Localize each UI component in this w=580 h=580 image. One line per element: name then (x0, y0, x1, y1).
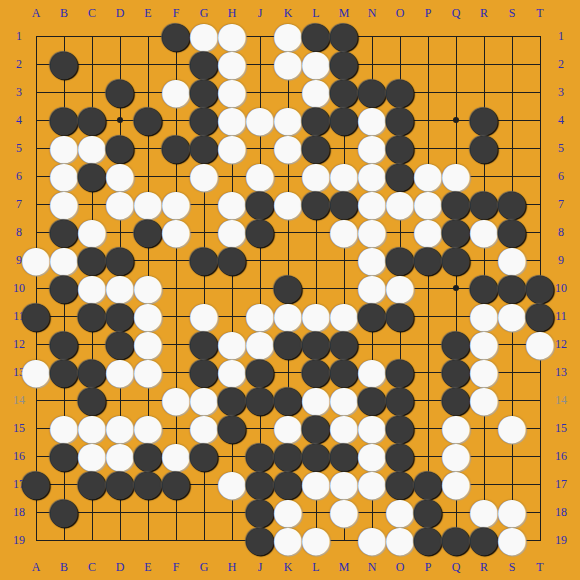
row-label-right-10: 10 (555, 282, 567, 294)
black-stone-B13: ● (48, 357, 79, 385)
white-stone-R8: ● (468, 217, 499, 245)
intersection-F14[interactable]: ● (162, 386, 190, 414)
intersection-P11[interactable] (414, 302, 442, 330)
intersection-F11[interactable] (162, 302, 190, 330)
white-stone-H17: ● (216, 469, 247, 497)
intersection-T2[interactable] (526, 50, 554, 78)
column-label-bottom-B: B (60, 561, 68, 573)
intersection-T15[interactable] (526, 414, 554, 442)
black-stone-E4: ● (132, 105, 163, 133)
intersection-L8[interactable] (302, 218, 330, 246)
white-stone-L19: ● (300, 525, 331, 553)
intersection-T16[interactable] (526, 442, 554, 470)
white-stone-O7: ● (384, 189, 415, 217)
intersection-E4[interactable]: ● (134, 106, 162, 134)
intersection-C1[interactable] (78, 22, 106, 50)
black-stone-L7: ● (300, 189, 331, 217)
white-stone-D7: ● (104, 189, 135, 217)
black-stone-B10: ● (48, 273, 79, 301)
column-label-bottom-M: M (339, 561, 350, 573)
column-label-top-A: A (32, 7, 41, 19)
intersection-R14[interactable]: ● (470, 386, 498, 414)
intersection-P14[interactable] (414, 386, 442, 414)
intersection-C2[interactable] (78, 50, 106, 78)
white-stone-M18: ● (328, 497, 359, 525)
intersection-T6[interactable] (526, 162, 554, 190)
black-stone-J19: ● (244, 525, 275, 553)
intersection-F19[interactable] (162, 526, 190, 554)
black-stone-C17: ● (76, 469, 107, 497)
intersection-T13[interactable] (526, 358, 554, 386)
black-stone-E8: ● (132, 217, 163, 245)
intersection-H19[interactable] (218, 526, 246, 554)
black-stone-J8: ● (244, 217, 275, 245)
intersection-M19[interactable] (330, 526, 358, 554)
intersection-T5[interactable] (526, 134, 554, 162)
white-stone-K2: ● (272, 49, 303, 77)
intersection-A5[interactable] (22, 134, 50, 162)
intersection-H10[interactable] (218, 274, 246, 302)
intersection-J2[interactable] (246, 50, 274, 78)
black-stone-O11: ● (384, 301, 415, 329)
white-stone-H5: ● (216, 133, 247, 161)
intersection-E1[interactable] (134, 22, 162, 50)
white-stone-A13: ● (20, 357, 51, 385)
column-label-bottom-O: O (396, 561, 405, 573)
column-label-top-Q: Q (452, 7, 461, 19)
black-stone-P9: ● (412, 245, 443, 273)
intersection-A4[interactable] (22, 106, 50, 134)
row-label-right-5: 5 (558, 142, 564, 154)
intersection-E19[interactable] (134, 526, 162, 554)
intersection-R19[interactable]: ● (470, 526, 498, 554)
intersection-A13[interactable]: ● (22, 358, 50, 386)
intersection-E18[interactable] (134, 498, 162, 526)
white-stone-N19: ● (356, 525, 387, 553)
column-label-bottom-L: L (312, 561, 319, 573)
column-label-top-O: O (396, 7, 405, 19)
column-label-bottom-K: K (284, 561, 293, 573)
intersection-Q1[interactable] (442, 22, 470, 50)
intersection-T3[interactable] (526, 78, 554, 106)
white-stone-K19: ● (272, 525, 303, 553)
intersection-B18[interactable]: ● (50, 498, 78, 526)
column-label-bottom-T: T (536, 561, 543, 573)
intersection-F5[interactable]: ● (162, 134, 190, 162)
black-stone-B18: ● (48, 497, 79, 525)
intersection-E13[interactable]: ● (134, 358, 162, 386)
intersection-G7[interactable] (190, 190, 218, 218)
black-stone-K12: ● (272, 329, 303, 357)
intersection-S4[interactable] (498, 106, 526, 134)
white-stone-S11: ● (496, 301, 527, 329)
intersection-H17[interactable]: ● (218, 470, 246, 498)
intersection-B10[interactable]: ● (50, 274, 78, 302)
column-label-bottom-S: S (509, 561, 516, 573)
intersection-S3[interactable] (498, 78, 526, 106)
intersection-F18[interactable] (162, 498, 190, 526)
column-label-top-T: T (536, 7, 543, 19)
intersection-M9[interactable] (330, 246, 358, 274)
column-label-top-N: N (368, 7, 377, 19)
intersection-M18[interactable]: ● (330, 498, 358, 526)
intersection-T12[interactable]: ● (526, 330, 554, 358)
intersection-J4[interactable]: ● (246, 106, 274, 134)
column-label-bottom-N: N (368, 561, 377, 573)
intersection-G19[interactable] (190, 526, 218, 554)
intersection-K8[interactable] (274, 218, 302, 246)
row-label-right-11: 11 (555, 310, 567, 322)
intersection-F10[interactable] (162, 274, 190, 302)
intersection-A6[interactable] (22, 162, 50, 190)
black-stone-H15: ● (216, 413, 247, 441)
white-stone-S15: ● (496, 413, 527, 441)
intersection-A3[interactable] (22, 78, 50, 106)
column-label-bottom-G: G (200, 561, 209, 573)
intersection-E2[interactable] (134, 50, 162, 78)
black-stone-B2: ● (48, 49, 79, 77)
go-board: ABCDEFGHJKLMNOPQRST ABCDEFGHJKLMNOPQRST … (0, 0, 580, 580)
intersection-K7[interactable]: ● (274, 190, 302, 218)
intersection-P10[interactable] (414, 274, 442, 302)
intersection-Q17[interactable]: ● (442, 470, 470, 498)
intersection-A7[interactable] (22, 190, 50, 218)
white-stone-G6: ● (188, 161, 219, 189)
white-stone-F14: ● (160, 385, 191, 413)
intersection-L17[interactable]: ● (302, 470, 330, 498)
intersection-P13[interactable] (414, 358, 442, 386)
black-stone-G9: ● (188, 245, 219, 273)
intersection-Q2[interactable] (442, 50, 470, 78)
black-stone-F5: ● (160, 133, 191, 161)
intersection-C6[interactable]: ● (78, 162, 106, 190)
white-stone-F8: ● (160, 217, 191, 245)
intersection-D1[interactable] (106, 22, 134, 50)
row-label-right-9: 9 (558, 254, 564, 266)
intersection-T8[interactable] (526, 218, 554, 246)
intersection-T18[interactable] (526, 498, 554, 526)
black-stone-Q9: ● (440, 245, 471, 273)
black-stone-A11: ● (20, 301, 51, 329)
intersection-B16[interactable]: ● (50, 442, 78, 470)
intersection-G17[interactable] (190, 470, 218, 498)
column-label-bottom-D: D (116, 561, 125, 573)
black-stone-R5: ● (468, 133, 499, 161)
intersection-S1[interactable] (498, 22, 526, 50)
black-stone-F1: ● (160, 21, 191, 49)
intersection-R1[interactable] (470, 22, 498, 50)
intersection-C19[interactable] (78, 526, 106, 554)
black-stone-F17: ● (160, 469, 191, 497)
intersection-N17[interactable]: ● (358, 470, 386, 498)
intersection-A17[interactable]: ● (22, 470, 50, 498)
intersection-J14[interactable]: ● (246, 386, 274, 414)
intersection-F17[interactable]: ● (162, 470, 190, 498)
intersection-Q4[interactable] (442, 106, 470, 134)
black-stone-R19: ● (468, 525, 499, 553)
white-stone-F3: ● (160, 77, 191, 105)
intersection-R16[interactable] (470, 442, 498, 470)
white-stone-J4: ● (244, 105, 275, 133)
intersection-T4[interactable] (526, 106, 554, 134)
intersection-P2[interactable] (414, 50, 442, 78)
intersection-K2[interactable]: ● (274, 50, 302, 78)
white-stone-M8: ● (328, 217, 359, 245)
white-stone-O19: ● (384, 525, 415, 553)
intersection-R2[interactable] (470, 50, 498, 78)
row-label-right-8: 8 (558, 226, 564, 238)
intersection-E8[interactable]: ● (134, 218, 162, 246)
intersection-R5[interactable]: ● (470, 134, 498, 162)
white-stone-K5: ● (272, 133, 303, 161)
row-label-right-13: 13 (555, 366, 567, 378)
white-stone-D13: ● (104, 357, 135, 385)
intersection-H5[interactable]: ● (218, 134, 246, 162)
intersection-K12[interactable]: ● (274, 330, 302, 358)
black-stone-P19: ● (412, 525, 443, 553)
row-label-right-16: 16 (555, 450, 567, 462)
intersection-G6[interactable]: ● (190, 162, 218, 190)
column-label-bottom-R: R (480, 561, 488, 573)
intersection-Q3[interactable] (442, 78, 470, 106)
intersection-F3[interactable]: ● (162, 78, 190, 106)
intersection-L19[interactable]: ● (302, 526, 330, 554)
row-label-right-19: 19 (555, 534, 567, 546)
intersection-M4[interactable]: ● (330, 106, 358, 134)
row-label-right-12: 12 (555, 338, 567, 350)
intersection-N19[interactable]: ● (358, 526, 386, 554)
intersection-F12[interactable] (162, 330, 190, 358)
column-label-bottom-Q: Q (452, 561, 461, 573)
black-stone-A17: ● (20, 469, 51, 497)
intersection-Q19[interactable]: ● (442, 526, 470, 554)
intersection-C17[interactable]: ● (78, 470, 106, 498)
white-stone-A9: ● (20, 245, 51, 273)
intersection-G18[interactable] (190, 498, 218, 526)
column-label-bottom-A: A (32, 561, 41, 573)
row-label-right-6: 6 (558, 170, 564, 182)
white-stone-S19: ● (496, 525, 527, 553)
column-label-top-R: R (480, 7, 488, 19)
row-label-right-3: 3 (558, 86, 564, 98)
intersection-C11[interactable]: ● (78, 302, 106, 330)
intersection-S11[interactable]: ● (498, 302, 526, 330)
column-label-top-E: E (144, 7, 151, 19)
column-label-top-C: C (88, 7, 96, 19)
black-stone-C11: ● (76, 301, 107, 329)
intersection-D3[interactable]: ● (106, 78, 134, 106)
intersection-B13[interactable]: ● (50, 358, 78, 386)
intersection-Q9[interactable]: ● (442, 246, 470, 274)
column-label-bottom-F: F (173, 561, 180, 573)
intersection-F1[interactable]: ● (162, 22, 190, 50)
intersection-G9[interactable]: ● (190, 246, 218, 274)
intersection-D19[interactable] (106, 526, 134, 554)
intersection-A18[interactable] (22, 498, 50, 526)
intersection-O1[interactable] (386, 22, 414, 50)
intersection-D7[interactable]: ● (106, 190, 134, 218)
intersection-S15[interactable]: ● (498, 414, 526, 442)
intersection-J8[interactable]: ● (246, 218, 274, 246)
black-stone-D17: ● (104, 469, 135, 497)
intersection-F9[interactable] (162, 246, 190, 274)
intersection-O19[interactable]: ● (386, 526, 414, 554)
intersection-P12[interactable] (414, 330, 442, 358)
intersections-grid: ●●●●●●●●●●●●●●●●●●●●●●●●●●●●●●●●●●●●●●●●… (22, 22, 554, 554)
intersection-N1[interactable] (358, 22, 386, 50)
column-label-top-D: D (116, 7, 125, 19)
intersection-P9[interactable]: ● (414, 246, 442, 274)
black-stone-G16: ● (188, 441, 219, 469)
column-label-bottom-E: E (144, 561, 151, 573)
black-stone-N11: ● (356, 301, 387, 329)
column-label-bottom-H: H (228, 561, 237, 573)
intersection-T17[interactable] (526, 470, 554, 498)
intersection-A19[interactable] (22, 526, 50, 554)
intersection-J1[interactable] (246, 22, 274, 50)
white-stone-K7: ● (272, 189, 303, 217)
intersection-S2[interactable] (498, 50, 526, 78)
intersection-S13[interactable] (498, 358, 526, 386)
row-label-right-7: 7 (558, 198, 564, 210)
intersection-A11[interactable]: ● (22, 302, 50, 330)
intersection-E5[interactable] (134, 134, 162, 162)
intersection-P19[interactable]: ● (414, 526, 442, 554)
intersection-R15[interactable] (470, 414, 498, 442)
intersection-E17[interactable]: ● (134, 470, 162, 498)
column-label-top-P: P (425, 7, 432, 19)
column-label-top-J: J (258, 7, 263, 19)
white-stone-T12: ● (524, 329, 555, 357)
black-stone-M4: ● (328, 105, 359, 133)
intersection-H15[interactable]: ● (218, 414, 246, 442)
white-stone-N17: ● (356, 469, 387, 497)
white-stone-E13: ● (132, 357, 163, 385)
intersection-K5[interactable]: ● (274, 134, 302, 162)
intersection-A9[interactable]: ● (22, 246, 50, 274)
intersection-K19[interactable]: ● (274, 526, 302, 554)
row-label-right-2: 2 (558, 58, 564, 70)
intersection-S5[interactable] (498, 134, 526, 162)
intersection-A2[interactable] (22, 50, 50, 78)
column-label-bottom-C: C (88, 561, 96, 573)
column-label-bottom-J: J (258, 561, 263, 573)
white-stone-L17: ● (300, 469, 331, 497)
white-stone-R14: ● (468, 385, 499, 413)
intersection-P1[interactable] (414, 22, 442, 50)
intersection-O11[interactable]: ● (386, 302, 414, 330)
intersection-D13[interactable]: ● (106, 358, 134, 386)
black-stone-Q19: ● (440, 525, 471, 553)
intersection-H9[interactable]: ● (218, 246, 246, 274)
black-stone-H9: ● (216, 245, 247, 273)
intersection-S12[interactable] (498, 330, 526, 358)
intersection-H18[interactable] (218, 498, 246, 526)
intersection-N11[interactable]: ● (358, 302, 386, 330)
intersection-J19[interactable]: ● (246, 526, 274, 554)
intersection-P4[interactable] (414, 106, 442, 134)
intersection-A15[interactable] (22, 414, 50, 442)
intersection-Q10[interactable] (442, 274, 470, 302)
intersection-B2[interactable]: ● (50, 50, 78, 78)
intersection-C18[interactable] (78, 498, 106, 526)
intersection-O7[interactable]: ● (386, 190, 414, 218)
intersection-G16[interactable]: ● (190, 442, 218, 470)
intersection-L7[interactable]: ● (302, 190, 330, 218)
intersection-D17[interactable]: ● (106, 470, 134, 498)
intersection-B19[interactable] (50, 526, 78, 554)
intersection-T1[interactable] (526, 22, 554, 50)
black-stone-E17: ● (132, 469, 163, 497)
row-label-right-18: 18 (555, 506, 567, 518)
intersection-F8[interactable]: ● (162, 218, 190, 246)
intersection-A14[interactable] (22, 386, 50, 414)
black-stone-B16: ● (48, 441, 79, 469)
intersection-S16[interactable] (498, 442, 526, 470)
column-label-bottom-P: P (425, 561, 432, 573)
row-label-right-17: 17 (555, 478, 567, 490)
intersection-M8[interactable]: ● (330, 218, 358, 246)
intersection-S19[interactable]: ● (498, 526, 526, 554)
row-label-right-14: 14 (555, 394, 567, 406)
column-label-top-S: S (509, 7, 516, 19)
intersection-J9[interactable] (246, 246, 274, 274)
row-label-right-1: 1 (558, 30, 564, 42)
intersection-T7[interactable] (526, 190, 554, 218)
intersection-T14[interactable] (526, 386, 554, 414)
intersection-L9[interactable] (302, 246, 330, 274)
black-stone-D3: ● (104, 77, 135, 105)
intersection-P3[interactable] (414, 78, 442, 106)
column-label-top-B: B (60, 7, 68, 19)
intersection-A1[interactable] (22, 22, 50, 50)
intersection-D18[interactable] (106, 498, 134, 526)
black-stone-C6: ● (76, 161, 107, 189)
row-label-right-15: 15 (555, 422, 567, 434)
black-stone-J14: ● (244, 385, 275, 413)
intersection-P15[interactable] (414, 414, 442, 442)
white-stone-Q17: ● (440, 469, 471, 497)
intersection-T19[interactable] (526, 526, 554, 554)
intersection-R8[interactable]: ● (470, 218, 498, 246)
row-label-right-4: 4 (558, 114, 564, 126)
